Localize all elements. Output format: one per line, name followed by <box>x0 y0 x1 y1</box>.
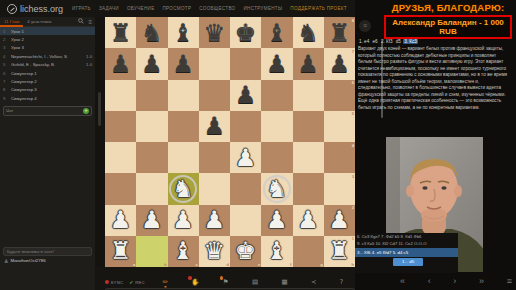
square-c3[interactable]: ♞ <box>168 173 199 204</box>
nav-item-сообщество[interactable]: СООБЩЕСТВО <box>199 6 235 11</box>
white-pawn[interactable]: ♟ <box>168 205 199 236</box>
chapter-item-1[interactable]: 1Урок 1 <box>0 27 95 35</box>
lichess-logo-icon <box>7 4 17 14</box>
square-d6[interactable] <box>199 80 230 111</box>
square-a8[interactable]: ♜ <box>105 17 136 48</box>
black-rook[interactable]: ♜ <box>324 17 355 48</box>
square-f7[interactable]: ♟ <box>261 48 292 79</box>
variation-line[interactable]: 9. c3 Кa5 10. Кf2 Сd7 11. Сe2 O-O-O <box>355 240 458 247</box>
square-f8[interactable]: ♝ <box>261 17 292 48</box>
chapter-number: 4 <box>3 54 11 59</box>
donor-name: Александр Баландин - 1 000 <box>388 18 508 27</box>
square-a1[interactable]: ♜a <box>105 236 136 267</box>
rank-coordinate: 2 <box>352 205 354 210</box>
sync-dot-icon <box>105 280 109 284</box>
square-b6[interactable] <box>136 80 167 111</box>
member-name: MarathonOct2786 <box>10 258 45 263</box>
square-b1[interactable]: b <box>136 236 167 267</box>
square-d2[interactable]: ♟ <box>199 205 230 236</box>
square-d1[interactable]: ♛d <box>199 236 230 267</box>
square-b4[interactable] <box>136 142 167 173</box>
variation-line[interactable]: 6. Сe3 Кge7 7. Фd2 b5 8. Кd1 Фb6 <box>355 233 458 240</box>
black-knight[interactable]: ♞ <box>136 17 167 48</box>
file-coordinate: c <box>195 262 197 267</box>
white-rook[interactable]: ♜ <box>105 236 136 267</box>
square-e4[interactable]: ♟ <box>230 142 261 173</box>
chapter-number: 7 <box>3 79 11 84</box>
nav-last-icon[interactable]: » <box>479 275 484 288</box>
site-name: lichess.org <box>20 4 63 14</box>
square-h6[interactable]: 6 <box>324 80 355 111</box>
square-b2[interactable]: ♟ <box>136 205 167 236</box>
current-variation[interactable]: 3... Кf6 4. e5 Кfd7 5. d4 c5 <box>355 248 458 257</box>
current-move-token[interactable]: 1... d5 <box>393 258 423 266</box>
chapter-comment: Вариант двух коней — вариант белых проти… <box>358 46 511 111</box>
square-c7[interactable]: ♟ <box>168 48 199 79</box>
square-h8[interactable]: ♜8 <box>324 17 355 48</box>
scrollbar-thumb[interactable] <box>98 92 101 126</box>
square-d8[interactable]: ♛ <box>199 17 230 48</box>
square-b7[interactable]: ♟ <box>136 48 167 79</box>
square-g1[interactable]: g <box>293 236 324 267</box>
square-h3[interactable]: 3 <box>324 173 355 204</box>
chapter-item-5[interactable]: 5Gufeld, E - Spassky, B.1-0 <box>0 61 95 69</box>
black-pawn[interactable]: ♟ <box>293 48 324 79</box>
black-pawn[interactable]: ♟ <box>168 48 199 79</box>
black-knight[interactable]: ♞ <box>293 17 324 48</box>
square-b3[interactable] <box>136 173 167 204</box>
black-king[interactable]: ♚ <box>230 17 261 48</box>
brush-icon[interactable]: ✏ <box>163 278 168 286</box>
square-e8[interactable]: ♚ <box>230 17 261 48</box>
square-h2[interactable]: ♟2 <box>324 205 355 236</box>
help-icon[interactable]: ? <box>340 278 343 286</box>
toolbar-icons: ✏✋⚑▤▦≺? <box>151 278 355 286</box>
square-f2[interactable]: ♟ <box>261 205 292 236</box>
white-pawn[interactable]: ♟ <box>261 205 292 236</box>
square-e6[interactable]: ♟ <box>230 80 261 111</box>
black-pawn[interactable]: ♟ <box>199 111 230 142</box>
black-pawn[interactable]: ♟ <box>324 48 355 79</box>
square-f5[interactable] <box>261 111 292 142</box>
white-pawn[interactable]: ♟ <box>199 205 230 236</box>
move-token[interactable]: e6 <box>372 39 380 44</box>
lichess-logo[interactable]: lichess.org <box>7 4 63 14</box>
mainline-moves: 1. e4 e6 2. Кf3 d5 3. Кc3 <box>358 39 510 44</box>
chat-room-label: Чат <box>6 108 83 113</box>
chart-icon[interactable]: ▤ <box>252 278 258 286</box>
square-g4[interactable] <box>293 142 324 173</box>
nav-item-задачи[interactable]: ЗАДАЧИ <box>99 6 119 11</box>
panel-toggle-icon[interactable]: ≡ <box>359 20 371 32</box>
chapter-number: 9 <box>3 96 11 101</box>
rank-coordinate: 6 <box>352 80 354 85</box>
nav-next-icon[interactable]: › <box>453 275 456 288</box>
square-d4[interactable] <box>199 142 230 173</box>
white-queen[interactable]: ♛ <box>199 236 230 267</box>
rank-coordinate: 3 <box>352 174 354 179</box>
study-toolbar: SYNC ✔ REC ✏✋⚑▤▦≺? <box>105 276 355 288</box>
square-e3[interactable] <box>230 173 261 204</box>
move-token[interactable]: d5 <box>395 39 403 44</box>
square-g2[interactable]: ♟ <box>293 205 324 236</box>
file-coordinate: g <box>320 262 323 267</box>
chapter-number: 3 <box>3 45 11 50</box>
square-e2[interactable] <box>230 205 261 236</box>
white-bishop[interactable]: ♝ <box>168 236 199 267</box>
rank-coordinate: 1 <box>352 236 354 241</box>
square-f3[interactable]: ♞ <box>261 173 292 204</box>
square-c6[interactable] <box>168 80 199 111</box>
black-pawn[interactable]: ♟ <box>230 80 261 111</box>
black-bishop[interactable]: ♝ <box>261 17 292 48</box>
nav-menu-icon[interactable]: ≡ <box>507 275 512 288</box>
chapter-title: Симулятор 3 <box>11 87 90 92</box>
square-a5[interactable] <box>105 111 136 142</box>
chat-send-icon[interactable]: + <box>83 108 89 114</box>
file-coordinate: e <box>258 262 260 267</box>
chapter-number: 8 <box>3 87 11 92</box>
donation-box: Александр Баландин - 1 000 RUB <box>384 15 512 39</box>
square-c2[interactable]: ♟ <box>168 205 199 236</box>
file-coordinate: a <box>133 262 135 267</box>
nav-prev-icon[interactable]: ‹ <box>428 275 431 288</box>
square-h7[interactable]: ♟7 <box>324 48 355 79</box>
sidebar-tabs: 11 Глав4 участника ≡ <box>0 17 95 27</box>
file-coordinate: b <box>164 262 167 267</box>
white-knight[interactable]: ♞ <box>261 173 292 204</box>
black-bishop[interactable]: ♝ <box>168 17 199 48</box>
square-g8[interactable]: ♞ <box>293 17 324 48</box>
sidebar-tab[interactable]: 4 участника <box>23 17 55 27</box>
chapter-title: Симулятор 4 <box>11 96 90 101</box>
rank-coordinate: 8 <box>352 18 354 23</box>
square-c8[interactable]: ♝ <box>168 17 199 48</box>
square-h1[interactable]: ♜h1 <box>324 236 355 267</box>
square-d3[interactable] <box>199 173 230 204</box>
sidebar-tab[interactable]: 11 Глав <box>0 17 23 27</box>
chat-input[interactable]: Будьте вежливы в чате! <box>3 247 92 256</box>
search-icon[interactable] <box>78 17 84 27</box>
chapter-result: 1-0 <box>84 54 92 59</box>
chapter-title: Симулятор 1 <box>11 71 90 76</box>
rec-label: REC <box>135 280 145 285</box>
black-pawn[interactable]: ♟ <box>136 48 167 79</box>
white-pawn[interactable]: ♟ <box>293 205 324 236</box>
white-king[interactable]: ♚ <box>230 236 261 267</box>
donation-overlay: ДРУЗЬЯ, БЛАГОДАРЮ: Александр Баландин - … <box>384 2 512 39</box>
move-token[interactable]: 1. e4 <box>358 39 372 44</box>
move-nav-bar: «‹›»≡ <box>400 275 512 288</box>
chapter-list: 1Урок 12Урок 23Урок 34Nepomniachtchi, I … <box>0 27 95 103</box>
file-coordinate: f <box>290 262 291 267</box>
square-c4[interactable] <box>168 142 199 173</box>
flag-icon[interactable]: ⚑ <box>223 278 229 286</box>
white-knight[interactable]: ♞ <box>168 173 199 204</box>
chat-room-box[interactable]: Чат + <box>3 106 92 116</box>
chapter-item-3[interactable]: 3Урок 3 <box>0 44 95 52</box>
grid-icon[interactable]: ▦ <box>282 278 288 286</box>
square-g6[interactable] <box>293 80 324 111</box>
square-g5[interactable] <box>293 111 324 142</box>
main-nav: ИГРАТЬЗАДАЧИОБУЧЕНИЕПРОСМОТРСООБЩЕСТВОИН… <box>72 6 347 11</box>
square-e5[interactable] <box>230 111 261 142</box>
notification-badge <box>220 276 224 280</box>
gloves-icon[interactable]: ✋ <box>191 278 199 286</box>
chapter-item-4[interactable]: 4Nepomniachtchi, I - Volkov, S.1-0 <box>0 52 95 60</box>
chapter-number: 1 <box>3 29 11 34</box>
black-rook[interactable]: ♜ <box>105 17 136 48</box>
black-pawn[interactable]: ♟ <box>261 48 292 79</box>
rank-coordinate: 5 <box>352 111 354 116</box>
rec-toggle[interactable]: ✔ REC <box>129 279 145 285</box>
chess-board: ♜♞♝♛♚♝♞♜8♟♟♟♟♟♟7♟6♟5♟4♞♞3♟♟♟♟♟♟♟2♜ab♝c♛d… <box>105 17 355 267</box>
file-coordinate: d <box>226 262 229 267</box>
study-sidebar: 11 Глав4 участника ≡ 1Урок 12Урок 23Урок… <box>0 17 95 290</box>
square-c1[interactable]: ♝c <box>168 236 199 267</box>
nav-first-icon[interactable]: « <box>400 275 405 288</box>
pawn-icon: ♙ <box>4 258 8 264</box>
nav-item-donate[interactable]: ПОДДЕРЖАТЬ ПРОЕКТ <box>290 6 347 11</box>
chapter-title: Урок 2 <box>11 37 90 42</box>
move-token[interactable]: 3. Кc3 <box>403 39 418 44</box>
rank-coordinate: 4 <box>352 143 354 148</box>
rec-check-icon: ✔ <box>129 279 133 285</box>
chat-messages-area <box>0 116 95 247</box>
chapter-item-8[interactable]: 8Симулятор 3 <box>0 86 95 94</box>
white-pawn[interactable]: ♟ <box>230 142 261 173</box>
chapter-title: Симулятор 2 <box>11 79 90 84</box>
square-e7[interactable] <box>230 48 261 79</box>
white-rook[interactable]: ♜ <box>324 236 355 267</box>
chapter-item-6[interactable]: 6Симулятор 1 <box>0 69 95 77</box>
black-pawn[interactable]: ♟ <box>105 48 136 79</box>
analysis-panel: ≡ 1. e4 e6 2. Кf3 d5 3. Кc3 Вариант двух… <box>355 0 516 290</box>
white-bishop[interactable]: ♝ <box>261 236 292 267</box>
square-h4[interactable]: 4 <box>324 142 355 173</box>
donation-title: ДРУЗЬЯ, БЛАГОДАРЮ: <box>384 2 512 13</box>
white-pawn[interactable]: ♟ <box>105 205 136 236</box>
nav-item-играть[interactable]: ИГРАТЬ <box>72 6 91 11</box>
square-g3[interactable] <box>293 173 324 204</box>
chapter-title: Gufeld, E - Spassky, B. <box>11 62 84 67</box>
menu-icon[interactable]: ≡ <box>88 17 92 27</box>
square-a3[interactable] <box>105 173 136 204</box>
square-f6[interactable] <box>261 80 292 111</box>
chapter-number: 6 <box>3 71 11 76</box>
square-d7[interactable] <box>199 48 230 79</box>
square-c5[interactable] <box>168 111 199 142</box>
chapter-title: Урок 1 <box>11 29 90 34</box>
chapter-item-9[interactable]: 9Симулятор 4 <box>0 94 95 102</box>
square-f1[interactable]: ♝f <box>261 236 292 267</box>
nav-item-обучение[interactable]: ОБУЧЕНИЕ <box>127 6 155 11</box>
rank-coordinate: 7 <box>352 49 354 54</box>
donation-currency: RUB <box>388 27 508 36</box>
member-line[interactable]: ♙ MarathonOct2786 <box>0 256 95 266</box>
square-h5[interactable]: 5 <box>324 111 355 142</box>
square-f4[interactable] <box>261 142 292 173</box>
square-b5[interactable] <box>136 111 167 142</box>
chapter-item-2[interactable]: 2Урок 2 <box>0 35 95 43</box>
chapter-item-7[interactable]: 7Симулятор 2 <box>0 77 95 85</box>
sync-label: SYNC <box>111 280 124 285</box>
square-a2[interactable]: ♟ <box>105 205 136 236</box>
chapter-number: 5 <box>3 62 11 67</box>
move-token[interactable]: 2. Кf3 <box>380 39 395 44</box>
square-g7[interactable]: ♟ <box>293 48 324 79</box>
board-left-gutter <box>95 17 105 267</box>
black-queen[interactable]: ♛ <box>199 17 230 48</box>
nav-item-инструменты[interactable]: ИНСТРУМЕНТЫ <box>243 6 282 11</box>
square-e1[interactable]: ♚e <box>230 236 261 267</box>
variation-box: 6. Сe3 Кge7 7. Фd2 b5 8. Кd1 Фb6 9. c3 К… <box>355 233 458 273</box>
chapter-title: Nepomniachtchi, I - Volkov, S. <box>11 54 84 59</box>
square-a6[interactable] <box>105 80 136 111</box>
square-a7[interactable]: ♟ <box>105 48 136 79</box>
white-pawn[interactable]: ♟ <box>324 205 355 236</box>
chapter-number: 2 <box>3 37 11 42</box>
chat-placeholder: Будьте вежливы в чате! <box>7 249 54 254</box>
chapter-result: 1-0 <box>84 62 92 67</box>
nav-item-просмотр[interactable]: ПРОСМОТР <box>163 6 192 11</box>
file-coordinate: h <box>351 262 354 267</box>
square-b8[interactable]: ♞ <box>136 17 167 48</box>
square-a4[interactable] <box>105 142 136 173</box>
square-d5[interactable]: ♟ <box>199 111 230 142</box>
chapter-title: Урок 3 <box>11 45 90 50</box>
notification-badge <box>188 276 192 280</box>
white-pawn[interactable]: ♟ <box>136 205 167 236</box>
share-icon[interactable]: ≺ <box>311 278 316 286</box>
sync-toggle[interactable]: SYNC <box>105 280 123 285</box>
